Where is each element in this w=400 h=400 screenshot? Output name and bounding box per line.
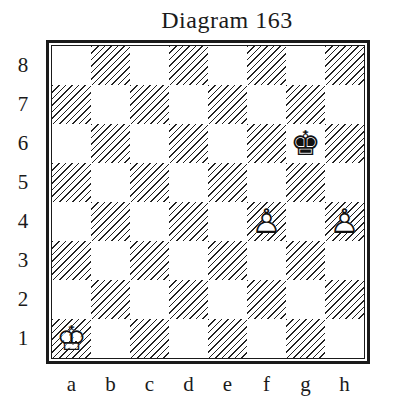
- square-g6: ♚: [286, 124, 325, 163]
- square-c8: [130, 46, 169, 85]
- square-d5: [169, 163, 208, 202]
- file-label-e: e: [208, 366, 247, 397]
- board-inner-border: ♚♟♙♟♙♚♔: [51, 45, 365, 359]
- rank-label-3: 3: [0, 241, 46, 280]
- square-h5: [325, 163, 364, 202]
- black-king: ♚: [286, 124, 325, 163]
- square-f7: [247, 85, 286, 124]
- square-e6: [208, 124, 247, 163]
- square-h7: [325, 85, 364, 124]
- square-g2: [286, 280, 325, 319]
- diagram-title: Diagram 163: [42, 5, 400, 35]
- square-e4: [208, 202, 247, 241]
- chess-diagram: 87654321 ♚♟♙♟♙♚♔ abcdefgh: [0, 40, 400, 398]
- square-h4: ♟♙: [325, 202, 364, 241]
- file-label-g: g: [286, 366, 325, 397]
- file-label-h: h: [325, 366, 364, 397]
- square-h3: [325, 241, 364, 280]
- square-f1: [247, 319, 286, 358]
- square-b8: [91, 46, 130, 85]
- file-label-b: b: [91, 366, 130, 397]
- rank-label-8: 8: [0, 46, 46, 85]
- square-c4: [130, 202, 169, 241]
- file-label-d: d: [169, 366, 208, 397]
- square-a8: [52, 46, 91, 85]
- square-d4: [169, 202, 208, 241]
- board-frame: ♚♟♙♟♙♚♔: [46, 40, 370, 364]
- rank-label-4: 4: [0, 202, 46, 241]
- square-b2: [91, 280, 130, 319]
- square-d3: [169, 241, 208, 280]
- square-a4: [52, 202, 91, 241]
- square-g3: [286, 241, 325, 280]
- white-pawn: ♙: [247, 202, 286, 241]
- square-c6: [130, 124, 169, 163]
- square-c2: [130, 280, 169, 319]
- file-labels: abcdefgh: [46, 364, 370, 398]
- rank-label-1: 1: [0, 319, 46, 358]
- square-b5: [91, 163, 130, 202]
- square-h6: [325, 124, 364, 163]
- square-a6: [52, 124, 91, 163]
- square-g8: [286, 46, 325, 85]
- square-g4: [286, 202, 325, 241]
- square-f8: [247, 46, 286, 85]
- file-label-c: c: [130, 366, 169, 397]
- rank-label-2: 2: [0, 280, 46, 319]
- square-c3: [130, 241, 169, 280]
- square-d1: [169, 319, 208, 358]
- white-pawn: ♙: [325, 202, 364, 241]
- square-a1: ♚♔: [52, 319, 91, 358]
- square-e2: [208, 280, 247, 319]
- square-e8: [208, 46, 247, 85]
- square-g5: [286, 163, 325, 202]
- rank-labels: 87654321: [0, 40, 46, 364]
- square-h8: [325, 46, 364, 85]
- square-a7: [52, 85, 91, 124]
- file-label-f: f: [247, 366, 286, 397]
- rank-label-7: 7: [0, 85, 46, 124]
- page: Diagram 163 87654321 ♚♟♙♟♙♚♔ abcdefgh: [0, 0, 400, 400]
- square-e3: [208, 241, 247, 280]
- board: ♚♟♙♟♙♚♔: [52, 46, 364, 358]
- square-b6: [91, 124, 130, 163]
- square-c5: [130, 163, 169, 202]
- square-f5: [247, 163, 286, 202]
- square-a2: [52, 280, 91, 319]
- square-b3: [91, 241, 130, 280]
- square-h1: [325, 319, 364, 358]
- square-h2: [325, 280, 364, 319]
- square-b7: [91, 85, 130, 124]
- white-king: ♔: [52, 319, 91, 358]
- square-f4: ♟♙: [247, 202, 286, 241]
- square-d7: [169, 85, 208, 124]
- rank-label-5: 5: [0, 163, 46, 202]
- square-e1: [208, 319, 247, 358]
- square-b1: [91, 319, 130, 358]
- square-d2: [169, 280, 208, 319]
- square-c1: [130, 319, 169, 358]
- square-f2: [247, 280, 286, 319]
- file-label-a: a: [52, 366, 91, 397]
- corner-spacer: [0, 364, 46, 398]
- square-c7: [130, 85, 169, 124]
- square-g1: [286, 319, 325, 358]
- square-f3: [247, 241, 286, 280]
- square-b4: [91, 202, 130, 241]
- square-a3: [52, 241, 91, 280]
- rank-label-6: 6: [0, 124, 46, 163]
- square-e7: [208, 85, 247, 124]
- square-d6: [169, 124, 208, 163]
- square-f6: [247, 124, 286, 163]
- square-e5: [208, 163, 247, 202]
- square-d8: [169, 46, 208, 85]
- square-g7: [286, 85, 325, 124]
- square-a5: [52, 163, 91, 202]
